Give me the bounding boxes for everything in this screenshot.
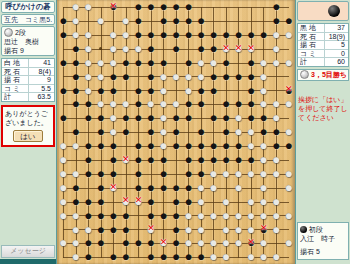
board-cell[interactable]: ● — [182, 0, 195, 14]
board-cell[interactable]: ● — [245, 195, 258, 209]
board-cell[interactable]: ● — [107, 139, 120, 153]
board-cell[interactable]: ● — [57, 56, 70, 70]
board-cell[interactable]: ● — [57, 111, 70, 125]
board-cell[interactable]: ● — [145, 83, 158, 97]
board-cell[interactable]: ● — [257, 181, 270, 195]
board-cell[interactable]: ● — [170, 222, 183, 236]
board-cell[interactable]: ● — [232, 97, 245, 111]
board-cell[interactable]: ● — [70, 69, 83, 83]
board-cell[interactable]: ● — [170, 181, 183, 195]
board-cell[interactable]: ● — [107, 97, 120, 111]
board-cell[interactable]: ● — [207, 69, 220, 83]
board-cell[interactable]: ● — [220, 125, 233, 139]
board-cell[interactable]: ● — [282, 167, 295, 181]
board-cell[interactable]: ● — [120, 56, 133, 70]
board-cell[interactable]: ● — [270, 250, 283, 264]
board-cell[interactable] — [95, 42, 108, 56]
yes-button[interactable]: はい — [13, 130, 43, 142]
board-cell[interactable]: ● — [207, 56, 220, 70]
board-cell[interactable]: ● — [207, 83, 220, 97]
board-cell[interactable] — [195, 0, 208, 14]
board-cell[interactable]: ● — [195, 181, 208, 195]
board-cell[interactable]: ● — [195, 97, 208, 111]
board-cell[interactable] — [57, 250, 70, 264]
board-cell[interactable]: ● — [57, 14, 70, 28]
board-cell[interactable] — [257, 42, 270, 56]
board-cell[interactable]: ● — [70, 83, 83, 97]
board-cell[interactable]: ● — [257, 208, 270, 222]
board-cell[interactable]: ● — [57, 153, 70, 167]
board-cell[interactable]: ● — [182, 167, 195, 181]
board-cell[interactable]: ● — [170, 69, 183, 83]
board-cell[interactable]: ● — [195, 208, 208, 222]
board-cell[interactable] — [282, 222, 295, 236]
board-cell[interactable]: ● — [95, 222, 108, 236]
board-cell[interactable]: ● — [107, 153, 120, 167]
board-cell[interactable]: ● — [207, 139, 220, 153]
board-cell[interactable]: ● — [220, 69, 233, 83]
board-cell[interactable]: ● — [145, 111, 158, 125]
board-cell[interactable]: ● — [82, 69, 95, 83]
board-cell[interactable]: ● — [70, 222, 83, 236]
board-cell[interactable] — [257, 14, 270, 28]
board-cell[interactable]: ● — [207, 42, 220, 56]
board-cell[interactable] — [207, 14, 220, 28]
board-cell[interactable] — [270, 181, 283, 195]
board-cell[interactable]: ● — [270, 42, 283, 56]
board-cell[interactable] — [120, 139, 133, 153]
board-cell[interactable]: ● — [195, 222, 208, 236]
board-cell[interactable]: ● — [157, 0, 170, 14]
board-cell[interactable]: ● — [257, 83, 270, 97]
board-cell[interactable]: ● — [195, 28, 208, 42]
board-cell[interactable]: ● — [170, 0, 183, 14]
board-cell[interactable]: ● — [157, 111, 170, 125]
board-cell[interactable]: ● — [257, 250, 270, 264]
board-cell[interactable] — [82, 14, 95, 28]
board-cell[interactable]: ● — [220, 167, 233, 181]
board-cell[interactable]: ● — [195, 56, 208, 70]
board-cell[interactable] — [220, 83, 233, 97]
board-cell[interactable]: ● — [145, 208, 158, 222]
board-cell[interactable]: ● — [70, 42, 83, 56]
board-cell[interactable] — [282, 195, 295, 209]
board-cell[interactable]: ● — [120, 69, 133, 83]
board-cell[interactable]: ● — [257, 56, 270, 70]
board-cell[interactable]: ● — [232, 42, 245, 56]
board-cell[interactable]: ● — [270, 195, 283, 209]
board-cell[interactable]: ● — [207, 28, 220, 42]
board-cell[interactable]: ● — [157, 153, 170, 167]
board-cell[interactable]: ● — [220, 139, 233, 153]
board-cell[interactable]: ● — [282, 83, 295, 97]
board-cell[interactable]: ● — [70, 195, 83, 209]
board-cell[interactable]: ● — [157, 83, 170, 97]
board-cell[interactable]: ● — [207, 181, 220, 195]
board-cell[interactable]: ● — [70, 97, 83, 111]
board-cell[interactable]: ● — [245, 111, 258, 125]
board-cell[interactable]: ● — [157, 167, 170, 181]
board-cell[interactable] — [132, 208, 145, 222]
board-cell[interactable]: ● — [220, 97, 233, 111]
board-cell[interactable] — [207, 195, 220, 209]
board-cell[interactable]: ● — [220, 236, 233, 250]
board-cell[interactable] — [95, 28, 108, 42]
board-cell[interactable]: ● — [82, 42, 95, 56]
board-cell[interactable] — [207, 222, 220, 236]
board-cell[interactable]: ● — [207, 167, 220, 181]
board-cell[interactable]: ● — [145, 139, 158, 153]
board-cell[interactable] — [120, 181, 133, 195]
board-cell[interactable]: ● — [132, 42, 145, 56]
board-cell[interactable]: ● — [157, 125, 170, 139]
board-cell[interactable]: ● — [70, 0, 83, 14]
board-cell[interactable]: ● — [107, 208, 120, 222]
board-cell[interactable]: ● — [195, 69, 208, 83]
board-cell[interactable]: ● — [207, 111, 220, 125]
board-cell[interactable]: ● — [245, 97, 258, 111]
board-cell[interactable]: ● — [282, 236, 295, 250]
board-cell[interactable]: ● — [220, 153, 233, 167]
board-cell[interactable] — [57, 42, 70, 56]
board-cell[interactable]: ● — [120, 111, 133, 125]
board-cell[interactable]: ● — [70, 56, 83, 70]
board-cell[interactable]: ● — [95, 56, 108, 70]
board-cell[interactable]: ● — [245, 28, 258, 42]
board-cell[interactable]: ● — [157, 28, 170, 42]
board-cell[interactable]: ● — [132, 83, 145, 97]
board-cell[interactable]: ● — [282, 139, 295, 153]
board-cell[interactable]: ● — [245, 153, 258, 167]
board-cell[interactable]: ● — [70, 250, 83, 264]
board-cell[interactable]: ● — [282, 208, 295, 222]
board-cell[interactable]: ● — [232, 69, 245, 83]
board-cell[interactable]: ● — [270, 208, 283, 222]
board-cell[interactable] — [157, 195, 170, 209]
board-cell[interactable]: ● — [145, 97, 158, 111]
board-cell[interactable]: ● — [70, 167, 83, 181]
board-cell[interactable] — [207, 0, 220, 14]
board-cell[interactable] — [132, 222, 145, 236]
board-cell[interactable]: ● — [95, 111, 108, 125]
board-cell[interactable]: ● — [95, 167, 108, 181]
board-cell[interactable] — [107, 236, 120, 250]
board-cell[interactable]: ● — [270, 111, 283, 125]
board-cell[interactable]: ● — [207, 153, 220, 167]
board-cell[interactable]: ● — [182, 111, 195, 125]
board-cell[interactable] — [257, 0, 270, 14]
board-cell[interactable]: ● — [220, 222, 233, 236]
board-cell[interactable]: ● — [107, 111, 120, 125]
board-cell[interactable]: ● — [157, 139, 170, 153]
board-cell[interactable] — [232, 0, 245, 14]
board-cell[interactable] — [282, 250, 295, 264]
board-cell[interactable]: ● — [220, 208, 233, 222]
board-cell[interactable]: ● — [257, 97, 270, 111]
board-cell[interactable]: ● — [270, 56, 283, 70]
board-cell[interactable]: ● — [195, 153, 208, 167]
board-cell[interactable]: ● — [282, 181, 295, 195]
board-cell[interactable] — [232, 195, 245, 209]
board-cell[interactable]: ● — [232, 111, 245, 125]
board-cell[interactable]: ● — [107, 250, 120, 264]
board-cell[interactable]: ● — [245, 236, 258, 250]
board-cell[interactable]: ● — [282, 14, 295, 28]
board-cell[interactable]: ● — [132, 153, 145, 167]
board-cell[interactable] — [120, 167, 133, 181]
board-cell[interactable]: ● — [270, 97, 283, 111]
board-cell[interactable]: ● — [195, 42, 208, 56]
board-cell[interactable]: ● — [57, 167, 70, 181]
board-cell[interactable]: ● — [182, 181, 195, 195]
board-cell[interactable]: ● — [82, 97, 95, 111]
board-cell[interactable]: ● — [195, 236, 208, 250]
board-cell[interactable]: ● — [170, 97, 183, 111]
board-cell[interactable]: ● — [57, 139, 70, 153]
board-cell[interactable]: ● — [207, 250, 220, 264]
board-cell[interactable]: ● — [245, 208, 258, 222]
board-cell[interactable]: ● — [70, 139, 83, 153]
board-cell[interactable]: ● — [145, 195, 158, 209]
board-cell[interactable]: ● — [257, 153, 270, 167]
board-cell[interactable]: ● — [82, 167, 95, 181]
board-cell[interactable]: ● — [132, 28, 145, 42]
board-cell[interactable]: ● — [132, 111, 145, 125]
board-cell[interactable] — [232, 56, 245, 70]
board-cell[interactable]: ● — [245, 69, 258, 83]
board-cell[interactable]: ● — [270, 167, 283, 181]
board-cell[interactable] — [95, 0, 108, 14]
board-cell[interactable]: ● — [182, 250, 195, 264]
board-cell[interactable]: ● — [132, 97, 145, 111]
board-cell[interactable]: ● — [120, 97, 133, 111]
board-cell[interactable]: ● — [82, 236, 95, 250]
board-cell[interactable]: ● — [145, 125, 158, 139]
board-cell[interactable]: ● — [132, 195, 145, 209]
board-cell[interactable]: ● — [95, 97, 108, 111]
board-cell[interactable]: ● — [120, 125, 133, 139]
board-cell[interactable]: ● — [195, 14, 208, 28]
board-cell[interactable]: ● — [70, 125, 83, 139]
board-cell[interactable] — [57, 0, 70, 14]
board-cell[interactable]: ● — [157, 56, 170, 70]
board-cell[interactable]: ● — [182, 195, 195, 209]
board-cell[interactable]: ● — [270, 28, 283, 42]
board-cell[interactable]: ● — [82, 222, 95, 236]
board-cell[interactable]: ● — [157, 97, 170, 111]
board-cell[interactable]: ● — [270, 139, 283, 153]
board-cell[interactable]: ● — [82, 139, 95, 153]
board-cell[interactable]: ● — [195, 83, 208, 97]
board-cell[interactable] — [245, 181, 258, 195]
board-cell[interactable]: ● — [207, 208, 220, 222]
board-cell[interactable]: ● — [195, 167, 208, 181]
board-cell[interactable]: ● — [245, 167, 258, 181]
board-cell[interactable]: ● — [82, 250, 95, 264]
board-cell[interactable] — [70, 153, 83, 167]
board-cell[interactable]: ● — [70, 28, 83, 42]
board-cell[interactable] — [270, 83, 283, 97]
board-cell[interactable]: ● — [232, 236, 245, 250]
board-cell[interactable]: ● — [245, 83, 258, 97]
board-cell[interactable]: ● — [145, 236, 158, 250]
board-cell[interactable]: ● — [157, 236, 170, 250]
board-cell[interactable]: ● — [257, 222, 270, 236]
board-cell[interactable]: ● — [132, 167, 145, 181]
board-cell[interactable]: ● — [95, 139, 108, 153]
board-cell[interactable]: ● — [95, 14, 108, 28]
board-cell[interactable]: ● — [107, 83, 120, 97]
board-cell[interactable]: ● — [107, 42, 120, 56]
board-cell[interactable]: ● — [170, 139, 183, 153]
board-cell[interactable]: ● — [95, 208, 108, 222]
board-cell[interactable]: ● — [170, 14, 183, 28]
board-cell[interactable]: ● — [182, 28, 195, 42]
board-cell[interactable]: ● — [232, 222, 245, 236]
board-cell[interactable]: ● — [257, 69, 270, 83]
board-cell[interactable] — [282, 69, 295, 83]
board-cell[interactable]: ● — [270, 153, 283, 167]
board-cell[interactable] — [195, 111, 208, 125]
board-cell[interactable]: ● — [120, 195, 133, 209]
board-cell[interactable] — [82, 181, 95, 195]
board-cell[interactable]: ● — [120, 42, 133, 56]
board-cell[interactable]: ● — [182, 153, 195, 167]
board-cell[interactable]: ● — [132, 236, 145, 250]
board-cell[interactable]: ● — [95, 69, 108, 83]
board-cell[interactable] — [57, 222, 70, 236]
board-cell[interactable]: ● — [220, 250, 233, 264]
board-cell[interactable]: ● — [245, 222, 258, 236]
board-cell[interactable]: ● — [120, 222, 133, 236]
board-cell[interactable]: ● — [182, 208, 195, 222]
board-cell[interactable]: ● — [195, 125, 208, 139]
board-cell[interactable] — [170, 56, 183, 70]
board-cell[interactable] — [145, 167, 158, 181]
message-input-bar[interactable]: メッセージ — [1, 245, 55, 258]
board-cell[interactable]: ● — [245, 125, 258, 139]
board-cell[interactable]: ● — [107, 125, 120, 139]
board-cell[interactable]: ● — [132, 139, 145, 153]
board-cell[interactable]: ● — [145, 56, 158, 70]
board-cell[interactable] — [120, 0, 133, 14]
board-cell[interactable]: ● — [145, 0, 158, 14]
board-cell[interactable]: ● — [145, 181, 158, 195]
board-cell[interactable]: ● — [82, 28, 95, 42]
board-cell[interactable]: ● — [82, 56, 95, 70]
board-cell[interactable]: ● — [107, 167, 120, 181]
board-cell[interactable]: ● — [245, 139, 258, 153]
board-cell[interactable]: ● — [245, 56, 258, 70]
board-cell[interactable]: ● — [70, 14, 83, 28]
board-cell[interactable]: ● — [157, 208, 170, 222]
board-cell[interactable]: ● — [282, 97, 295, 111]
board-cell[interactable]: ● — [195, 250, 208, 264]
board-cell[interactable] — [107, 195, 120, 209]
board-cell[interactable]: ● — [182, 222, 195, 236]
board-cell[interactable]: ● — [95, 181, 108, 195]
board-cell[interactable]: ● — [182, 236, 195, 250]
board-cell[interactable] — [170, 167, 183, 181]
board-cell[interactable]: ● — [82, 208, 95, 222]
board-cell[interactable]: ● — [95, 125, 108, 139]
board-cell[interactable] — [95, 153, 108, 167]
board-cell[interactable]: ● — [107, 0, 120, 14]
board-cell[interactable]: ● — [120, 208, 133, 222]
board-cell[interactable] — [182, 125, 195, 139]
board-cell[interactable] — [220, 0, 233, 14]
board-cell[interactable] — [120, 83, 133, 97]
board-cell[interactable] — [132, 125, 145, 139]
board-cell[interactable]: ● — [82, 83, 95, 97]
board-cell[interactable]: ● — [245, 42, 258, 56]
board-cell[interactable]: ● — [157, 181, 170, 195]
board-cell[interactable] — [70, 111, 83, 125]
board-cell[interactable]: ● — [120, 236, 133, 250]
board-cell[interactable]: ● — [57, 181, 70, 195]
board-cell[interactable]: ● — [120, 250, 133, 264]
board-cell[interactable]: ● — [57, 236, 70, 250]
board-cell[interactable]: ● — [170, 125, 183, 139]
board-cell[interactable] — [220, 14, 233, 28]
board-cell[interactable]: ● — [145, 28, 158, 42]
board-cell[interactable]: ● — [170, 111, 183, 125]
board-cell[interactable] — [270, 69, 283, 83]
board-cell[interactable] — [57, 125, 70, 139]
board-cell[interactable]: ● — [257, 195, 270, 209]
board-cell[interactable] — [82, 125, 95, 139]
board-cell[interactable]: ● — [132, 56, 145, 70]
board-cell[interactable] — [232, 83, 245, 97]
board-cell[interactable]: ● — [95, 195, 108, 209]
board-cell[interactable] — [282, 153, 295, 167]
board-cell[interactable]: ● — [107, 181, 120, 195]
board-cell[interactable]: ● — [70, 208, 83, 222]
board-cell[interactable]: ● — [232, 153, 245, 167]
board-cell[interactable]: ● — [257, 236, 270, 250]
board-cell[interactable]: ● — [182, 56, 195, 70]
board-cell[interactable]: ● — [82, 111, 95, 125]
board-cell[interactable]: ● — [120, 14, 133, 28]
board-cell[interactable]: ● — [157, 69, 170, 83]
board-cell[interactable] — [170, 153, 183, 167]
board-cell[interactable]: ● — [232, 208, 245, 222]
board-cell[interactable]: ● — [232, 28, 245, 42]
board-cell[interactable] — [170, 83, 183, 97]
board-cell[interactable]: ● — [195, 195, 208, 209]
board-cell[interactable]: ● — [170, 250, 183, 264]
board-cell[interactable]: ● — [120, 153, 133, 167]
board-cell[interactable] — [220, 181, 233, 195]
board-cell[interactable]: ● — [270, 0, 283, 14]
board-cell[interactable]: ● — [107, 69, 120, 83]
board-cell[interactable]: ● — [57, 208, 70, 222]
board-cell[interactable]: ● — [107, 56, 120, 70]
board-cell[interactable] — [157, 42, 170, 56]
board-cell[interactable]: ● — [145, 222, 158, 236]
board-cell[interactable]: ● — [220, 195, 233, 209]
board-cell[interactable]: ● — [257, 139, 270, 153]
board-cell[interactable]: ● — [157, 14, 170, 28]
board-cell[interactable]: ● — [257, 167, 270, 181]
board-cell[interactable]: ● — [70, 181, 83, 195]
board-cell[interactable]: ● — [282, 56, 295, 70]
board-cell[interactable]: ● — [207, 236, 220, 250]
board-cell[interactable]: ● — [170, 42, 183, 56]
board-cell[interactable]: ● — [232, 181, 245, 195]
board-cell[interactable]: ● — [220, 56, 233, 70]
board-cell[interactable]: ● — [257, 125, 270, 139]
